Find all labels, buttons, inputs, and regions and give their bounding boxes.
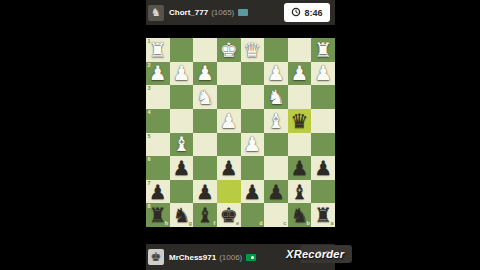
square-c4[interactable]: ♝ (264, 109, 288, 133)
square-c3[interactable]: ♞ (264, 85, 288, 109)
square-b7[interactable]: ♝ (288, 180, 312, 204)
square-e2[interactable] (217, 62, 241, 86)
square-e1[interactable]: ♚ (217, 38, 241, 62)
chess-board[interactable]: 1♜♚♛♜2♟♟♟♟♟♟3♞♞4♟♝♛5♝♟6♟♟♟♟7♟♟♟♟♝8h♜g♞f♝… (146, 38, 335, 227)
square-a1[interactable]: ♜ (311, 38, 335, 62)
square-d3[interactable] (241, 85, 265, 109)
square-e4[interactable]: ♟ (217, 109, 241, 133)
square-d6[interactable] (241, 156, 265, 180)
square-h2[interactable]: 2♟ (146, 62, 170, 86)
square-c7[interactable]: ♟ (264, 180, 288, 204)
square-h5[interactable]: 5 (146, 133, 170, 157)
white-rook-h1[interactable]: ♜ (149, 40, 167, 60)
bottom-player-name: MrChess971 (169, 253, 216, 262)
top-player-avatar[interactable]: ♞ (148, 5, 164, 21)
square-a3[interactable] (311, 85, 335, 109)
app-content: ♞ Chort_777 (1065) 8:46 1♜♚♛♜2♟♟♟♟♟♟3♞♞4… (146, 0, 335, 270)
square-h4[interactable]: 4 (146, 109, 170, 133)
square-b3[interactable] (288, 85, 312, 109)
square-h1[interactable]: 1♜ (146, 38, 170, 62)
black-pawn-h7[interactable]: ♟ (149, 182, 167, 202)
white-king-e1[interactable]: ♚ (220, 40, 238, 60)
avatar-piece-icon: ♚ (151, 250, 162, 264)
black-pawn-a6[interactable]: ♟ (314, 158, 332, 178)
square-f8[interactable]: f♝ (193, 203, 217, 227)
white-pawn-b2[interactable]: ♟ (291, 63, 309, 83)
square-a5[interactable] (311, 133, 335, 157)
white-knight-c3[interactable]: ♞ (267, 87, 285, 107)
black-bishop-f8[interactable]: ♝ (196, 205, 214, 225)
file-label-b: b (307, 221, 310, 227)
white-pawn-a2[interactable]: ♟ (314, 63, 332, 83)
black-bishop-b7[interactable]: ♝ (291, 182, 309, 202)
square-c2[interactable]: ♟ (264, 62, 288, 86)
white-pawn-c2[interactable]: ♟ (267, 63, 285, 83)
black-pawn-e6[interactable]: ♟ (220, 158, 238, 178)
rank-label-4: 4 (148, 110, 151, 116)
screen-recorder-watermark: XRecorder (286, 248, 344, 260)
square-a2[interactable]: ♟ (311, 62, 335, 86)
square-b6[interactable]: ♟ (288, 156, 312, 180)
top-player-time: 8:46 (304, 8, 322, 18)
square-g3[interactable] (170, 85, 194, 109)
bottom-player-flag-icon (246, 254, 256, 261)
square-h7[interactable]: 7♟ (146, 180, 170, 204)
top-player-clock: 8:46 (284, 3, 330, 22)
square-g8[interactable]: g♞ (170, 203, 194, 227)
square-d2[interactable] (241, 62, 265, 86)
black-pawn-c7[interactable]: ♟ (267, 182, 285, 202)
file-label-h: h (165, 221, 168, 227)
square-b5[interactable] (288, 133, 312, 157)
rank-label-3: 3 (148, 86, 151, 92)
white-pawn-g2[interactable]: ♟ (172, 63, 190, 83)
clock-icon (291, 7, 301, 19)
square-f6[interactable] (193, 156, 217, 180)
square-b2[interactable]: ♟ (288, 62, 312, 86)
square-f4[interactable] (193, 109, 217, 133)
rank-label-1: 1 (148, 39, 151, 45)
square-d1[interactable]: ♛ (241, 38, 265, 62)
square-e3[interactable] (217, 85, 241, 109)
black-pawn-g6[interactable]: ♟ (172, 158, 190, 178)
white-bishop-g5[interactable]: ♝ (172, 134, 190, 154)
square-a4[interactable] (311, 109, 335, 133)
square-a8[interactable]: a♜ (311, 203, 335, 227)
black-pawn-b6[interactable]: ♟ (291, 158, 309, 178)
square-a7[interactable] (311, 180, 335, 204)
square-f5[interactable] (193, 133, 217, 157)
square-e5[interactable] (217, 133, 241, 157)
rank-label-8: 8 (148, 204, 151, 210)
square-d8[interactable]: d (241, 203, 265, 227)
rank-label-6: 6 (148, 157, 151, 163)
square-d5[interactable]: ♟ (241, 133, 265, 157)
square-c5[interactable] (264, 133, 288, 157)
square-c8[interactable]: c (264, 203, 288, 227)
bottom-player-rating: (1006) (219, 253, 242, 262)
square-e6[interactable]: ♟ (217, 156, 241, 180)
bottom-player-avatar[interactable]: ♚ (148, 249, 164, 265)
file-label-g: g (188, 221, 191, 227)
square-g2[interactable]: ♟ (170, 62, 194, 86)
white-rook-a1[interactable]: ♜ (314, 40, 332, 60)
avatar-piece-icon: ♞ (151, 6, 161, 19)
square-h8[interactable]: 8h♜ (146, 203, 170, 227)
square-d7[interactable]: ♟ (241, 180, 265, 204)
square-c6[interactable] (264, 156, 288, 180)
square-d4[interactable] (241, 109, 265, 133)
black-pawn-d7[interactable]: ♟ (243, 182, 261, 202)
white-pawn-d5[interactable]: ♟ (243, 134, 261, 154)
square-f1[interactable] (193, 38, 217, 62)
square-g4[interactable] (170, 109, 194, 133)
white-pawn-f2[interactable]: ♟ (196, 63, 214, 83)
square-e8[interactable]: e♚ (217, 203, 241, 227)
black-pawn-f7[interactable]: ♟ (196, 182, 214, 202)
file-label-d: d (259, 221, 262, 227)
white-pawn-h2[interactable]: ♟ (149, 63, 167, 83)
square-h6[interactable]: 6 (146, 156, 170, 180)
top-player-bar: ♞ Chort_777 (1065) 8:46 (146, 0, 335, 25)
rank-label-5: 5 (148, 134, 151, 140)
square-f7[interactable]: ♟ (193, 180, 217, 204)
file-label-e: e (236, 221, 239, 227)
top-player-name: Chort_777 (169, 8, 208, 17)
square-f2[interactable]: ♟ (193, 62, 217, 86)
square-g1[interactable] (170, 38, 194, 62)
file-label-f: f (214, 221, 216, 227)
rank-label-2: 2 (148, 63, 151, 69)
white-pawn-e4[interactable]: ♟ (220, 111, 238, 131)
square-c1[interactable] (264, 38, 288, 62)
square-g6[interactable]: ♟ (170, 156, 194, 180)
square-a6[interactable]: ♟ (311, 156, 335, 180)
rank-label-7: 7 (148, 181, 151, 187)
square-f3[interactable]: ♞ (193, 85, 217, 109)
square-b1[interactable] (288, 38, 312, 62)
square-h3[interactable]: 3 (146, 85, 170, 109)
white-queen-d1[interactable]: ♛ (243, 40, 261, 60)
file-label-a: a (330, 221, 333, 227)
square-b8[interactable]: b♞ (288, 203, 312, 227)
square-g5[interactable]: ♝ (170, 133, 194, 157)
square-b4[interactable]: ♛ (288, 109, 312, 133)
file-label-c: c (283, 221, 286, 227)
white-knight-f3[interactable]: ♞ (196, 87, 214, 107)
square-g7[interactable] (170, 180, 194, 204)
white-bishop-c4[interactable]: ♝ (267, 111, 285, 131)
black-queen-b4[interactable]: ♛ (291, 111, 309, 131)
top-player-rating: (1065) (211, 8, 234, 17)
top-player-flag-icon (238, 9, 248, 16)
square-e7[interactable] (217, 180, 241, 204)
